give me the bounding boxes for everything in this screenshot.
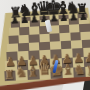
photo-scene: ♜♞♝♛♚♝♞♜♟♟♟♟♟♟♟♟♟♟♟♟♟♟♟♟♜♞♝♛♚♝♞♜	[0, 0, 90, 90]
pieces-layer: ♜♞♝♛♚♝♞♜♟♟♟♟♟♟♟♟♟♟♟♟♟♟♟♟♜♞♝♛♚♝♞♜	[0, 0, 90, 90]
white-rook-h1[interactable]: ♜	[86, 64, 90, 77]
black-pawn-a7[interactable]: ♟	[10, 15, 19, 25]
chess-set: ♜♞♝♛♚♝♞♜♟♟♟♟♟♟♟♟♟♟♟♟♟♟♟♟♜♞♝♛♚♝♞♜	[0, 0, 90, 90]
black-pawn-g7[interactable]: ♟	[69, 12, 78, 22]
black-pawn-h7[interactable]: ♟	[79, 11, 88, 21]
white-rook-a1[interactable]: ♜	[4, 68, 15, 81]
black-pawn-b7[interactable]: ♟	[20, 15, 29, 25]
black-pawn-c7[interactable]: ♟	[30, 14, 39, 24]
white-knight-g1[interactable]: ♞	[73, 63, 86, 77]
black-pawn-f7[interactable]: ♟	[59, 12, 68, 22]
black-pawn-e7[interactable]: ♟	[50, 13, 59, 23]
